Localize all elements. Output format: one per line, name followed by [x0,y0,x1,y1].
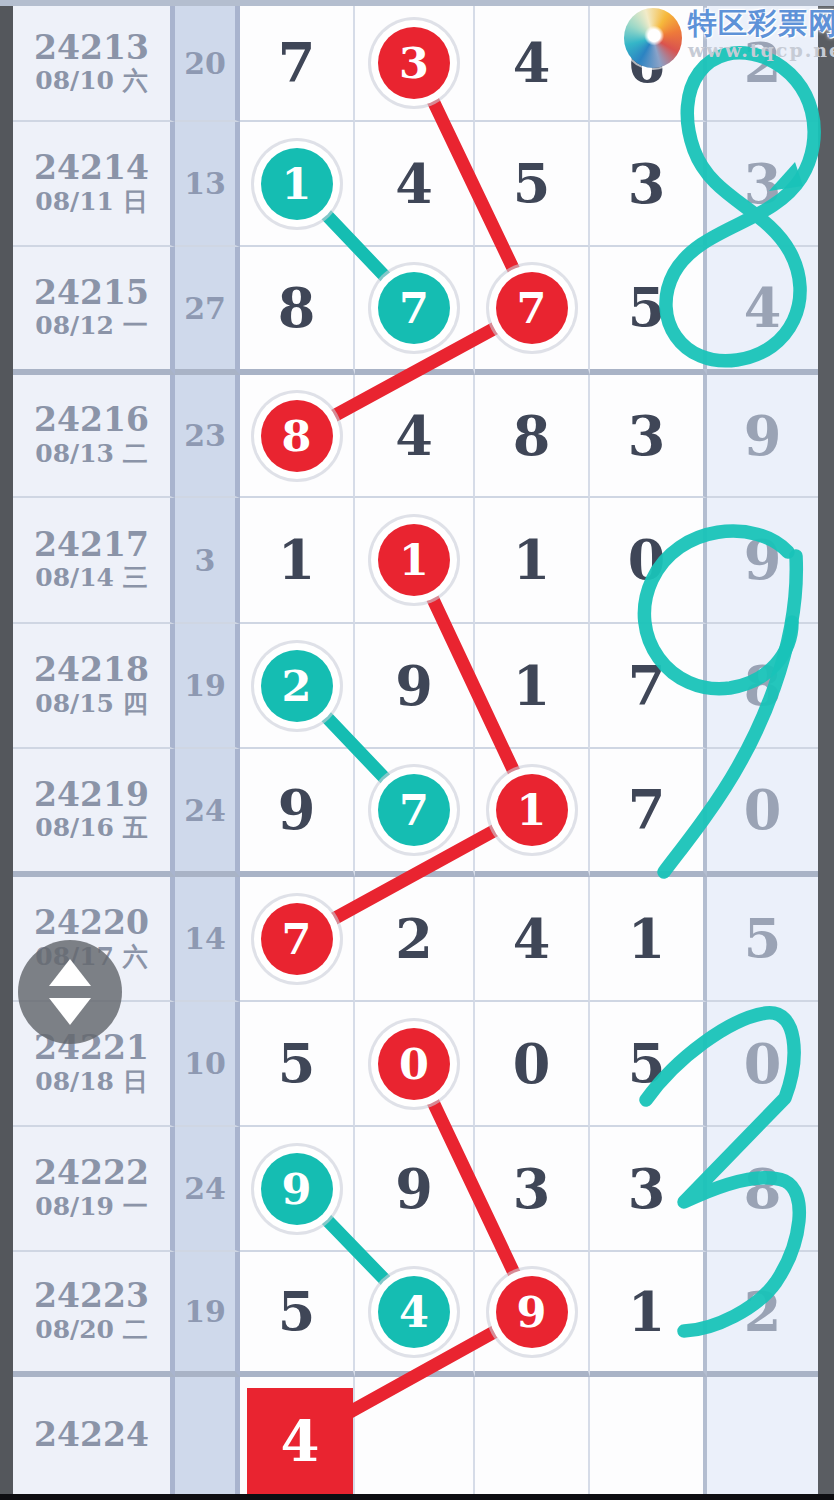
site-logo-swirl-icon [624,8,682,68]
draw-date: 08/18 日 [35,1067,147,1097]
digit-value: 3 [628,1157,666,1221]
digit-value: 9 [395,1157,433,1221]
extra-digit-cell: 0 [707,749,818,877]
sum-cell: 24 [175,749,240,877]
digit-cell: 5 [240,1002,355,1127]
sum-cell: 24 [175,1127,240,1252]
teal-circled-digit: 7 [378,774,450,846]
digit-value: 0 [513,1032,551,1096]
draw-date: 08/10 六 [35,66,147,96]
digit-cell: 0 [355,1002,475,1127]
digit-value: 1 [278,528,316,592]
period-cell: 2422308/20 二 [13,1252,175,1377]
sum-cell: 19 [175,1252,240,1377]
teal-circled-digit: 4 [378,1276,450,1348]
extra-digit-value: 8 [744,654,782,718]
digit-cell [590,1377,707,1494]
period-number: 24219 [34,777,149,814]
sum-value: 13 [184,166,226,201]
digit-cell: 2 [355,877,475,1002]
site-name: 特区彩票网 [688,8,834,38]
extra-digit-value: 5 [744,907,782,971]
red-circled-digit: 1 [496,774,568,846]
bottom-edge-strip [0,1494,834,1500]
sum-cell: 3 [175,498,240,624]
sum-cell: 20 [175,6,240,122]
sum-value: 23 [184,418,226,453]
scroll-down-icon[interactable] [49,998,91,1025]
extra-digit-cell: 4 [707,247,818,375]
right-edge-strip [818,6,834,1494]
digit-cell: 8 [475,375,590,498]
digit-cell: 0 [590,498,707,624]
period-number: 24214 [34,150,149,187]
sum-cell: 19 [175,624,240,749]
digit-cell: 4 [355,1252,475,1377]
digit-cell: 4 [355,122,475,247]
red-circled-digit: 7 [261,903,333,975]
sum-value: 24 [184,793,226,828]
period-number: 24215 [34,275,149,312]
sum-value: 19 [184,1294,226,1329]
digit-cell: 1 [475,498,590,624]
period-cell: 2421308/10 六 [13,6,175,122]
digit-cell: 7 [355,247,475,375]
period-number: 24216 [34,402,149,439]
extra-digit-value: 8 [744,1157,782,1221]
digit-value: 7 [278,31,316,95]
digit-cell [355,1377,475,1494]
digit-value: 0 [628,528,666,592]
digit-cell [475,1377,590,1494]
digit-cell: 8 [240,375,355,498]
sum-value: 24 [184,1171,226,1206]
digit-cell: 0 [475,1002,590,1127]
period-cell: 2421908/16 五 [13,749,175,877]
digit-value: 2 [395,907,433,971]
period-cell: 2421508/12 一 [13,247,175,375]
extra-digit-cell: 2 [707,1252,818,1377]
period-number: 24217 [34,527,149,564]
draw-date: 08/15 四 [35,689,147,719]
extra-digit-value: 9 [744,528,782,592]
sum-value: 3 [195,543,216,578]
digit-cell: 5 [240,1252,355,1377]
red-circled-digit: 1 [378,524,450,596]
extra-digit-cell: 8 [707,624,818,749]
extra-digit-cell: 9 [707,375,818,498]
digit-value: 5 [278,1280,316,1344]
digit-cell: 9 [355,1127,475,1252]
digit-cell: 3 [590,122,707,247]
digit-cell: 3 [355,6,475,122]
period-number: 24223 [34,1278,149,1315]
digit-value: 5 [628,1032,666,1096]
digit-value: 3 [628,404,666,468]
digit-cell: 9 [475,1252,590,1377]
digit-cell: 7 [590,624,707,749]
site-logo[interactable]: 特区彩票网 www.tqcp.net [624,8,834,68]
digit-cell: 4 [240,1377,355,1494]
digit-value: 8 [513,404,551,468]
period-cell: 2421708/14 三 [13,498,175,624]
sum-cell: 10 [175,1002,240,1127]
period-cell: 24224 [13,1377,175,1494]
digit-value: 3 [513,1157,551,1221]
draw-date: 08/12 一 [35,311,147,341]
left-edge-strip [0,6,13,1494]
digit-cell: 3 [475,1127,590,1252]
teal-circled-digit: 9 [261,1153,333,1225]
digit-cell: 3 [590,1127,707,1252]
digit-value: 1 [628,1280,666,1344]
digit-value: 7 [628,778,666,842]
digit-cell: 1 [240,498,355,624]
digit-cell: 7 [240,877,355,1002]
sum-cell: 13 [175,122,240,247]
digit-cell: 8 [240,247,355,375]
digit-value: 8 [278,276,316,340]
teal-circled-digit: 7 [378,272,450,344]
extra-digit-cell: 8 [707,1127,818,1252]
digit-cell: 7 [240,6,355,122]
extra-digit-cell: 9 [707,498,818,624]
digit-value: 1 [513,654,551,718]
extra-digit-value: 0 [744,778,782,842]
period-number: 24224 [34,1417,149,1454]
teal-circled-digit: 2 [261,650,333,722]
digit-value: 9 [278,778,316,842]
digit-value: 5 [513,152,551,216]
period-number: 24218 [34,652,149,689]
extra-digit-cell: 0 [707,1002,818,1127]
digit-value: 4 [395,404,433,468]
digit-cell: 1 [590,877,707,1002]
digit-value: 1 [513,528,551,592]
draw-date: 08/16 五 [35,813,147,843]
sum-value: 14 [184,921,226,956]
digit-cell: 5 [590,247,707,375]
digit-cell: 1 [240,122,355,247]
extra-digit-value: 2 [744,1280,782,1344]
draw-date: 08/11 日 [35,187,147,217]
period-cell: 2422208/19 一 [13,1127,175,1252]
digit-value: 5 [628,276,666,340]
sum-value: 20 [184,46,226,81]
scroll-toggle-button[interactable] [18,940,122,1044]
lottery-trend-chart-screen: 2421308/10 六20734622421408/11 日131453324… [0,0,834,1500]
digit-cell: 5 [475,122,590,247]
red-circled-digit: 3 [378,27,450,99]
red-circled-digit: 9 [496,1276,568,1348]
teal-circled-digit: 1 [261,148,333,220]
digit-cell: 1 [475,749,590,877]
red-circled-digit: 7 [496,272,568,344]
period-number: 24220 [34,905,149,942]
digit-value: 3 [628,152,666,216]
red-circled-digit: 8 [261,400,333,472]
extra-digit-value: 4 [744,276,782,340]
digit-cell: 5 [590,1002,707,1127]
red-circled-digit: 0 [378,1028,450,1100]
period-cell: 2421608/13 二 [13,375,175,498]
digit-cell: 7 [590,749,707,877]
extra-digit-value: 0 [744,1032,782,1096]
digit-value: 5 [278,1032,316,1096]
sum-cell [175,1377,240,1494]
next-draw-highlight-square: 4 [247,1388,353,1494]
site-url: www.tqcp.net [688,39,834,61]
scroll-up-icon[interactable] [49,959,91,986]
digit-cell: 1 [475,624,590,749]
digit-value: 4 [395,152,433,216]
digit-cell: 2 [240,624,355,749]
digit-cell: 9 [240,1127,355,1252]
trend-table: 2421308/10 六20734622421408/11 日131453324… [13,6,818,1494]
digit-value: 4 [513,907,551,971]
digit-cell: 9 [240,749,355,877]
extra-digit-value: 3 [744,152,782,216]
digit-cell: 9 [355,624,475,749]
draw-date: 08/13 二 [35,439,147,469]
digit-value: 7 [628,654,666,718]
draw-date: 08/19 一 [35,1192,147,1222]
sum-value: 10 [184,1046,226,1081]
period-number: 24213 [34,30,149,67]
period-number: 24222 [34,1155,149,1192]
digit-cell: 4 [355,375,475,498]
digit-cell: 1 [355,498,475,624]
digit-cell: 4 [475,877,590,1002]
sum-cell: 23 [175,375,240,498]
sum-value: 27 [184,291,226,326]
digit-cell: 7 [475,247,590,375]
digit-cell: 1 [590,1252,707,1377]
sum-value: 19 [184,668,226,703]
period-cell: 2421408/11 日 [13,122,175,247]
draw-date: 08/20 二 [35,1315,147,1345]
draw-date: 08/14 三 [35,563,147,593]
digit-value: 9 [395,654,433,718]
digit-value: 4 [513,31,551,95]
extra-digit-cell [707,1377,818,1494]
period-cell: 2421808/15 四 [13,624,175,749]
extra-digit-value: 9 [744,404,782,468]
extra-digit-cell: 5 [707,877,818,1002]
digit-cell: 3 [590,375,707,498]
extra-digit-cell: 3 [707,122,818,247]
digit-value: 1 [628,907,666,971]
digit-cell: 4 [475,6,590,122]
sum-cell: 14 [175,877,240,1002]
sum-cell: 27 [175,247,240,375]
digit-cell: 7 [355,749,475,877]
